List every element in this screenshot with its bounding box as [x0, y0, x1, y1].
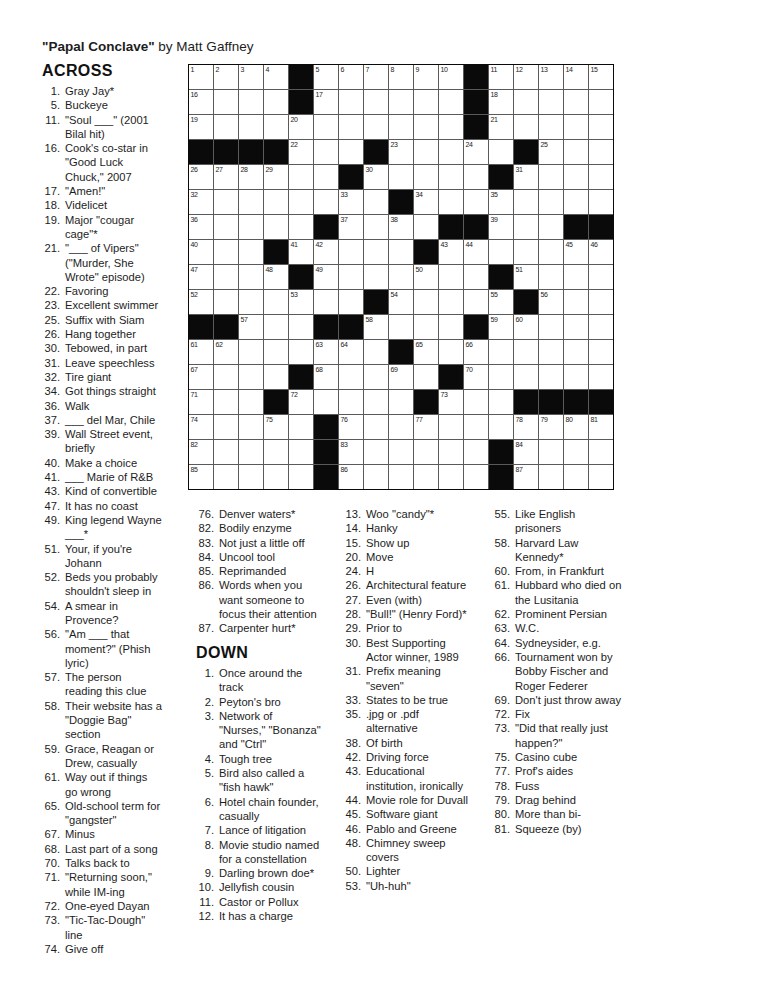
- grid-cell[interactable]: [264, 465, 288, 489]
- grid-cell[interactable]: [439, 340, 463, 364]
- grid-cell[interactable]: [489, 340, 513, 364]
- grid-cell[interactable]: [239, 90, 263, 114]
- grid-cell[interactable]: [414, 215, 438, 239]
- grid-cell[interactable]: [239, 365, 263, 389]
- grid-cell[interactable]: [264, 290, 288, 314]
- grid-cell[interactable]: 54: [389, 290, 413, 314]
- grid-cell[interactable]: [364, 190, 388, 214]
- grid-cell[interactable]: [564, 290, 588, 314]
- cell-number: 4: [266, 66, 270, 74]
- grid-cell[interactable]: 84: [514, 440, 538, 464]
- grid-cell[interactable]: [539, 265, 563, 289]
- grid-cell[interactable]: [589, 140, 613, 164]
- grid-cell[interactable]: [364, 465, 388, 489]
- grid-cell[interactable]: [214, 90, 238, 114]
- clue-number: 10.: [194, 880, 214, 894]
- grid-cell[interactable]: [589, 340, 613, 364]
- grid-cell[interactable]: [439, 290, 463, 314]
- grid-cell[interactable]: [414, 290, 438, 314]
- grid-cell[interactable]: [364, 365, 388, 389]
- clue: 80.More than bi-: [492, 807, 624, 821]
- grid-cell[interactable]: 45: [564, 240, 588, 264]
- clue-number: 28.: [343, 607, 361, 621]
- grid-cell[interactable]: [539, 365, 563, 389]
- grid-cell[interactable]: [264, 340, 288, 364]
- grid-cell[interactable]: [564, 340, 588, 364]
- puzzle-byline: by Matt Gaffney: [155, 39, 254, 54]
- grid-cell[interactable]: [489, 240, 513, 264]
- grid-cell[interactable]: [214, 240, 238, 264]
- grid-cell[interactable]: [539, 115, 563, 139]
- clue-number: 38.: [343, 736, 361, 750]
- clue-text: Major "cougar cage"*: [65, 213, 162, 242]
- grid-cell[interactable]: [539, 340, 563, 364]
- grid-cell[interactable]: 23: [389, 140, 413, 164]
- grid-cell[interactable]: 70: [464, 365, 488, 389]
- clue-number: 24.: [343, 564, 361, 578]
- grid-cell[interactable]: [364, 390, 388, 414]
- grid-cell[interactable]: 30: [364, 165, 388, 189]
- grid-cell[interactable]: 37: [339, 215, 363, 239]
- grid-cell[interactable]: [439, 440, 463, 464]
- grid-cell[interactable]: 27: [214, 165, 238, 189]
- grid-cell[interactable]: [439, 190, 463, 214]
- grid-cell[interactable]: [214, 290, 238, 314]
- clue-text: Bodily enzyme: [219, 521, 321, 535]
- grid-cell[interactable]: [339, 390, 363, 414]
- grid-cell[interactable]: [489, 140, 513, 164]
- grid-cell[interactable]: 80: [564, 415, 588, 439]
- grid-cell[interactable]: 7: [364, 65, 388, 89]
- grid-cell[interactable]: [539, 215, 563, 239]
- grid-cell[interactable]: [289, 215, 313, 239]
- grid-cell[interactable]: 68: [314, 365, 338, 389]
- grid-cell[interactable]: [414, 165, 438, 189]
- clue: 53."Uh-huh": [343, 879, 471, 893]
- grid-cell[interactable]: 62: [214, 340, 238, 364]
- grid-cell[interactable]: [489, 365, 513, 389]
- grid-cell[interactable]: [514, 90, 538, 114]
- grid-cell[interactable]: 33: [339, 190, 363, 214]
- grid-cell[interactable]: [589, 440, 613, 464]
- grid-cell[interactable]: [539, 165, 563, 189]
- grid-cell[interactable]: [539, 315, 563, 339]
- grid-cell[interactable]: 81: [589, 415, 613, 439]
- clue-number: 7.: [194, 823, 214, 837]
- cell-number: 32: [191, 191, 198, 199]
- clue-number: 50.: [343, 864, 361, 878]
- grid-cell[interactable]: [314, 290, 338, 314]
- black-square: [389, 340, 413, 364]
- grid-cell[interactable]: 4: [264, 65, 288, 89]
- grid-cell[interactable]: [339, 90, 363, 114]
- grid-cell[interactable]: [389, 465, 413, 489]
- clue-text: Movie studio named for a constellation: [219, 838, 321, 867]
- grid-cell[interactable]: 79: [539, 415, 563, 439]
- grid-cell[interactable]: 32: [189, 190, 213, 214]
- grid-cell[interactable]: 78: [514, 415, 538, 439]
- grid-cell[interactable]: [589, 465, 613, 489]
- grid-cell[interactable]: 51: [514, 265, 538, 289]
- grid-cell[interactable]: [389, 115, 413, 139]
- grid-cell[interactable]: [464, 165, 488, 189]
- grid-cell[interactable]: [514, 340, 538, 364]
- grid-cell[interactable]: [289, 465, 313, 489]
- grid-cell[interactable]: [214, 115, 238, 139]
- grid-cell[interactable]: [539, 440, 563, 464]
- clue: 29.Prior to: [343, 621, 471, 635]
- grid-cell[interactable]: [314, 115, 338, 139]
- grid-cell[interactable]: [339, 240, 363, 264]
- grid-cell[interactable]: [564, 115, 588, 139]
- clue-text: From, in Frankfurt: [515, 564, 622, 578]
- cell-number: 33: [341, 191, 348, 199]
- grid-cell[interactable]: 22: [289, 140, 313, 164]
- grid-cell[interactable]: 55: [489, 290, 513, 314]
- grid-cell[interactable]: [264, 365, 288, 389]
- grid-cell[interactable]: [264, 215, 288, 239]
- grid-cell[interactable]: [339, 140, 363, 164]
- grid-cell[interactable]: [239, 340, 263, 364]
- clue-number: 21.: [42, 241, 60, 255]
- clue-text: Favoring: [65, 284, 162, 298]
- grid-cell[interactable]: [214, 365, 238, 389]
- grid-cell[interactable]: [239, 240, 263, 264]
- clue-text: "Am ___ that moment?" (Phish lyric): [65, 627, 162, 670]
- grid-cell[interactable]: [589, 115, 613, 139]
- down-header: DOWN: [196, 646, 324, 660]
- grid-cell[interactable]: 13: [539, 65, 563, 89]
- grid-cell[interactable]: 58: [364, 315, 388, 339]
- grid-cell[interactable]: [364, 215, 388, 239]
- clue-number: 43.: [42, 484, 60, 498]
- grid-cell[interactable]: 49: [314, 265, 338, 289]
- grid-cell[interactable]: [239, 440, 263, 464]
- cell-number: 25: [541, 141, 548, 149]
- grid-cell[interactable]: [564, 265, 588, 289]
- grid-cell[interactable]: [364, 90, 388, 114]
- clue-number: 34.: [42, 384, 60, 398]
- grid-cell[interactable]: [589, 190, 613, 214]
- grid-cell[interactable]: [364, 340, 388, 364]
- grid-cell[interactable]: [514, 240, 538, 264]
- grid-cell[interactable]: 2: [214, 65, 238, 89]
- grid-cell[interactable]: [514, 115, 538, 139]
- grid-cell[interactable]: 86: [339, 465, 363, 489]
- grid-cell[interactable]: [389, 440, 413, 464]
- grid-cell[interactable]: 34: [414, 190, 438, 214]
- cell-number: 51: [516, 266, 523, 274]
- grid-cell[interactable]: [214, 265, 238, 289]
- cell-number: 16: [191, 91, 198, 99]
- grid-cell[interactable]: 39: [489, 215, 513, 239]
- cell-number: 40: [191, 241, 198, 249]
- clue: 28."Bull!" (Henry Ford)*: [343, 607, 471, 621]
- grid-cell[interactable]: [214, 465, 238, 489]
- grid-cell[interactable]: 63: [314, 340, 338, 364]
- grid-cell[interactable]: [464, 415, 488, 439]
- down-clue-list-continued: 13.Woo "candy"*14.Hanky15.Show up20.Move…: [343, 507, 471, 893]
- grid-cell[interactable]: 3: [239, 65, 263, 89]
- clue-text: Minus: [65, 827, 162, 841]
- grid-cell[interactable]: [564, 190, 588, 214]
- grid-cell[interactable]: [564, 465, 588, 489]
- grid-cell[interactable]: [214, 440, 238, 464]
- grid-cell[interactable]: 87: [514, 465, 538, 489]
- grid-cell[interactable]: 75: [264, 415, 288, 439]
- clue-number: 29.: [343, 621, 361, 635]
- grid-cell[interactable]: [314, 140, 338, 164]
- grid-cell[interactable]: [239, 390, 263, 414]
- grid-cell[interactable]: 73: [439, 390, 463, 414]
- grid-cell[interactable]: [289, 415, 313, 439]
- grid-cell[interactable]: [389, 90, 413, 114]
- grid-cell[interactable]: 24: [464, 140, 488, 164]
- grid-cell[interactable]: 8: [389, 65, 413, 89]
- grid-cell[interactable]: 65: [414, 340, 438, 364]
- grid-cell[interactable]: [539, 90, 563, 114]
- grid-cell[interactable]: 41: [289, 240, 313, 264]
- grid-cell[interactable]: [314, 165, 338, 189]
- grid-cell[interactable]: [339, 365, 363, 389]
- grid-cell[interactable]: [514, 365, 538, 389]
- grid-cell[interactable]: 20: [289, 115, 313, 139]
- clue-text: Tough tree: [219, 752, 321, 766]
- grid-cell[interactable]: 72: [289, 390, 313, 414]
- clue-number: 5.: [194, 766, 214, 780]
- grid-cell[interactable]: 61: [189, 340, 213, 364]
- grid-cell[interactable]: [239, 265, 263, 289]
- grid-cell[interactable]: [364, 415, 388, 439]
- across-clue-list: 1.Gray Jay*5.Buckeye11."Soul ___" (2001 …: [42, 84, 164, 956]
- grid-cell[interactable]: [289, 440, 313, 464]
- grid-cell[interactable]: 53: [289, 290, 313, 314]
- grid-cell[interactable]: 52: [189, 290, 213, 314]
- grid-cell[interactable]: [589, 315, 613, 339]
- grid-cell[interactable]: [339, 115, 363, 139]
- grid-cell[interactable]: [489, 415, 513, 439]
- grid-cell[interactable]: [364, 115, 388, 139]
- grid-cell[interactable]: 18: [489, 90, 513, 114]
- grid-cell[interactable]: 67: [189, 365, 213, 389]
- grid-cell[interactable]: [264, 90, 288, 114]
- clue: 6.Hotel chain founder, casually: [194, 795, 324, 824]
- grid-cell[interactable]: [439, 165, 463, 189]
- clue: 87.Carpenter hurt*: [194, 621, 324, 635]
- grid-cell[interactable]: 83: [339, 440, 363, 464]
- grid-cell[interactable]: [414, 140, 438, 164]
- grid-cell[interactable]: [239, 115, 263, 139]
- black-square: [314, 215, 338, 239]
- grid-cell[interactable]: [389, 315, 413, 339]
- grid-cell[interactable]: 6: [339, 65, 363, 89]
- grid-cell[interactable]: [464, 265, 488, 289]
- grid-cell[interactable]: 40: [189, 240, 213, 264]
- grid-cell[interactable]: [564, 165, 588, 189]
- grid-cell[interactable]: [589, 165, 613, 189]
- clue-text: Drag behind: [515, 793, 622, 807]
- grid-cell[interactable]: 42: [314, 240, 338, 264]
- grid-cell[interactable]: [439, 115, 463, 139]
- grid-cell[interactable]: [564, 365, 588, 389]
- grid-cell[interactable]: [214, 215, 238, 239]
- grid-cell[interactable]: 15: [589, 65, 613, 89]
- grid-cell[interactable]: 76: [339, 415, 363, 439]
- grid-cell[interactable]: [239, 190, 263, 214]
- grid-cell[interactable]: [314, 390, 338, 414]
- cell-number: 83: [341, 441, 348, 449]
- grid-cell[interactable]: [439, 465, 463, 489]
- grid-cell[interactable]: 57: [239, 315, 263, 339]
- grid-cell[interactable]: [464, 390, 488, 414]
- grid-cell[interactable]: 12: [514, 65, 538, 89]
- clue: 63.W.C.: [492, 621, 624, 635]
- grid-cell[interactable]: [239, 465, 263, 489]
- grid-cell[interactable]: 64: [339, 340, 363, 364]
- grid-cell[interactable]: 31: [514, 165, 538, 189]
- grid-cell[interactable]: [239, 215, 263, 239]
- grid-cell[interactable]: [264, 440, 288, 464]
- grid-cell[interactable]: [539, 240, 563, 264]
- grid-cell[interactable]: [364, 265, 388, 289]
- grid-cell[interactable]: 77: [414, 415, 438, 439]
- grid-cell[interactable]: [289, 190, 313, 214]
- grid-cell[interactable]: [414, 115, 438, 139]
- grid-cell[interactable]: 69: [389, 365, 413, 389]
- grid-cell[interactable]: [439, 315, 463, 339]
- grid-cell[interactable]: [464, 440, 488, 464]
- grid-cell[interactable]: [389, 265, 413, 289]
- grid-cell[interactable]: [439, 140, 463, 164]
- grid-cell[interactable]: 43: [439, 240, 463, 264]
- grid-cell[interactable]: [514, 190, 538, 214]
- grid-cell[interactable]: [339, 265, 363, 289]
- grid-cell[interactable]: 21: [489, 115, 513, 139]
- bottom-column-2: 13.Woo "candy"*14.Hanky15.Show up20.Move…: [343, 507, 471, 893]
- grid-cell[interactable]: [489, 390, 513, 414]
- grid-cell[interactable]: [389, 415, 413, 439]
- grid-cell[interactable]: 71: [189, 390, 213, 414]
- grid-cell[interactable]: [589, 290, 613, 314]
- grid-cell[interactable]: [264, 190, 288, 214]
- grid-cell[interactable]: 29: [264, 165, 288, 189]
- grid-cell[interactable]: 36: [189, 215, 213, 239]
- grid-cell[interactable]: [239, 415, 263, 439]
- grid-cell[interactable]: [264, 115, 288, 139]
- grid-cell[interactable]: [589, 365, 613, 389]
- grid-cell[interactable]: 38: [389, 215, 413, 239]
- grid-cell[interactable]: [439, 265, 463, 289]
- grid-cell[interactable]: [364, 440, 388, 464]
- grid-cell[interactable]: 10: [439, 65, 463, 89]
- grid-cell[interactable]: 59: [489, 315, 513, 339]
- grid-cell[interactable]: [214, 190, 238, 214]
- grid-cell[interactable]: 5: [314, 65, 338, 89]
- grid-cell[interactable]: 11: [489, 65, 513, 89]
- grid-cell[interactable]: [514, 215, 538, 239]
- grid-cell[interactable]: [289, 340, 313, 364]
- grid-cell[interactable]: [589, 90, 613, 114]
- grid-cell[interactable]: [414, 365, 438, 389]
- grid-cell[interactable]: [314, 190, 338, 214]
- clue: 36.Walk: [42, 399, 164, 413]
- grid-cell[interactable]: [289, 315, 313, 339]
- clue-number: 42.: [343, 750, 361, 764]
- black-square: [314, 315, 338, 339]
- grid-cell[interactable]: [414, 315, 438, 339]
- grid-cell[interactable]: [564, 440, 588, 464]
- grid-cell[interactable]: [564, 90, 588, 114]
- grid-cell[interactable]: [439, 415, 463, 439]
- grid-cell[interactable]: 28: [239, 165, 263, 189]
- grid-cell[interactable]: [589, 265, 613, 289]
- grid-cell[interactable]: 60: [514, 315, 538, 339]
- clue-text: Denver waters*: [219, 507, 321, 521]
- black-square: [489, 465, 513, 489]
- clue-text: Talks back to: [65, 856, 162, 870]
- grid-cell[interactable]: [414, 90, 438, 114]
- grid-cell[interactable]: 82: [189, 440, 213, 464]
- grid-cell[interactable]: [564, 140, 588, 164]
- cell-number: 81: [591, 416, 598, 424]
- grid-cell[interactable]: [464, 465, 488, 489]
- grid-cell[interactable]: 66: [464, 340, 488, 364]
- clue-text: "Bull!" (Henry Ford)*: [366, 607, 470, 621]
- grid-cell[interactable]: 85: [189, 465, 213, 489]
- grid-cell[interactable]: 46: [589, 240, 613, 264]
- clue: 50.Lighter: [343, 864, 471, 878]
- grid-cell[interactable]: [464, 290, 488, 314]
- cell-number: 66: [466, 341, 473, 349]
- grid-cell[interactable]: 50: [414, 265, 438, 289]
- grid-cell[interactable]: 17: [314, 90, 338, 114]
- grid-cell[interactable]: 44: [464, 240, 488, 264]
- grid-cell[interactable]: [539, 465, 563, 489]
- cell-number: 8: [391, 66, 395, 74]
- grid-cell[interactable]: 56: [539, 290, 563, 314]
- grid-cell[interactable]: 14: [564, 65, 588, 89]
- grid-cell[interactable]: 74: [189, 415, 213, 439]
- grid-cell[interactable]: 19: [189, 115, 213, 139]
- grid-cell[interactable]: [214, 415, 238, 439]
- grid-cell[interactable]: [414, 440, 438, 464]
- grid-cell[interactable]: [389, 165, 413, 189]
- grid-cell[interactable]: [364, 240, 388, 264]
- clue-text: Carpenter hurt*: [219, 621, 321, 635]
- grid-cell[interactable]: 26: [189, 165, 213, 189]
- grid-cell[interactable]: [389, 390, 413, 414]
- clue: 30.Tebowed, in part: [42, 341, 164, 355]
- grid-cell[interactable]: [414, 465, 438, 489]
- grid-cell[interactable]: [289, 165, 313, 189]
- grid-cell[interactable]: [214, 390, 238, 414]
- grid-cell[interactable]: 35: [489, 190, 513, 214]
- grid-cell[interactable]: 48: [264, 265, 288, 289]
- grid-cell[interactable]: 47: [189, 265, 213, 289]
- grid-cell[interactable]: 1: [189, 65, 213, 89]
- grid-cell[interactable]: 9: [414, 65, 438, 89]
- grid-cell[interactable]: 16: [189, 90, 213, 114]
- grid-cell[interactable]: [339, 290, 363, 314]
- grid-cell[interactable]: [464, 190, 488, 214]
- grid-cell[interactable]: [439, 90, 463, 114]
- grid-cell[interactable]: [564, 315, 588, 339]
- grid-cell[interactable]: [264, 315, 288, 339]
- grid-cell[interactable]: [239, 290, 263, 314]
- grid-cell[interactable]: [539, 190, 563, 214]
- grid-cell[interactable]: 25: [539, 140, 563, 164]
- grid-cell[interactable]: [389, 240, 413, 264]
